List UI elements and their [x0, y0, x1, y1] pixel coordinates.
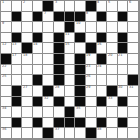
white-cell-r8c10[interactable]: [97, 75, 108, 86]
white-cell-r2c11[interactable]: [107, 12, 118, 23]
white-cell-r5c7[interactable]: 15: [65, 43, 76, 54]
white-cell-r11c9[interactable]: [86, 107, 97, 118]
white-cell-r1c3[interactable]: 2: [22, 1, 33, 12]
white-cell-r3c8[interactable]: 10: [75, 22, 86, 33]
white-cell-r3c10[interactable]: [97, 22, 108, 33]
white-cell-r1c11[interactable]: 5: [107, 1, 118, 12]
black-cell-r12c12: [118, 118, 129, 129]
white-cell-r10c11[interactable]: 33: [107, 97, 118, 108]
black-cell-r4c12: [118, 33, 129, 44]
white-cell-r2c9[interactable]: 8: [86, 12, 97, 23]
white-cell-r9c1[interactable]: [1, 86, 12, 97]
black-cell-r6c8: [75, 54, 86, 65]
clue-number: 38: [97, 128, 101, 131]
white-cell-r6c2[interactable]: 17: [12, 54, 23, 65]
black-cell-r10c10: [97, 97, 108, 108]
white-cell-r9c13[interactable]: 31: [128, 86, 139, 97]
black-cell-r6c1: [1, 54, 12, 65]
white-cell-r2c5[interactable]: 7: [43, 12, 54, 23]
clue-number: 34: [2, 107, 6, 110]
black-cell-r10c12: [118, 97, 129, 108]
clue-number: 35: [76, 107, 80, 110]
black-cell-r6c10: [97, 54, 108, 65]
white-cell-r9c4[interactable]: [33, 86, 44, 97]
white-cell-r4c5[interactable]: [43, 33, 54, 44]
clue-number: 27: [23, 86, 27, 89]
white-cell-r8c9[interactable]: 26: [86, 75, 97, 86]
clue-number: 28: [55, 86, 59, 89]
white-cell-r13c10[interactable]: 38: [97, 128, 108, 139]
white-cell-r10c13[interactable]: [128, 97, 139, 108]
crossword-puzzle: 1234567891011121314151617181920212223242…: [0, 0, 140, 140]
white-cell-r8c5[interactable]: [43, 75, 54, 86]
white-cell-r13c1[interactable]: 36: [1, 128, 12, 139]
white-cell-r10c7[interactable]: [65, 97, 76, 108]
white-cell-r6c4[interactable]: [33, 54, 44, 65]
black-cell-r4c6: [54, 33, 65, 44]
white-cell-r10c3[interactable]: [22, 97, 33, 108]
white-cell-r2c3[interactable]: [22, 12, 33, 23]
white-cell-r7c7[interactable]: [65, 65, 76, 76]
white-cell-r11c4[interactable]: [33, 107, 44, 118]
clue-number: 26: [86, 75, 90, 78]
white-cell-r1c10[interactable]: 4: [97, 1, 108, 12]
white-cell-r4c11[interactable]: [107, 33, 118, 44]
black-cell-r9c2: [12, 86, 23, 97]
white-cell-r12c5[interactable]: [43, 118, 54, 129]
clue-number: 33: [108, 97, 112, 100]
white-cell-r6c12[interactable]: 21: [118, 54, 129, 65]
black-cell-r8c6: [54, 75, 65, 86]
white-cell-r9c7[interactable]: [65, 86, 76, 97]
white-cell-r6c9[interactable]: 19: [86, 54, 97, 65]
clue-number: 21: [118, 54, 122, 57]
white-cell-r6c3[interactable]: 18: [22, 54, 33, 65]
clue-number: 8: [86, 12, 88, 15]
clue-number: 30: [118, 86, 122, 89]
clue-number: 32: [44, 97, 48, 100]
white-cell-r13c7[interactable]: [65, 128, 76, 139]
clue-number: 19: [86, 54, 90, 57]
white-cell-r13c6[interactable]: 37: [54, 128, 65, 139]
clue-number: 14: [33, 43, 37, 46]
white-cell-r8c12[interactable]: [118, 75, 129, 86]
black-cell-r5c9: [86, 43, 97, 54]
white-cell-r3c3[interactable]: [22, 22, 33, 33]
white-cell-r4c3[interactable]: [22, 33, 33, 44]
white-cell-r9c6[interactable]: 28: [54, 86, 65, 97]
black-cell-r4c8: [75, 33, 86, 44]
clue-number: 15: [65, 43, 69, 46]
clue-number: 22: [2, 65, 6, 68]
white-cell-r1c8[interactable]: [75, 1, 86, 12]
black-cell-r2c10: [97, 12, 108, 23]
black-cell-r1c5: [43, 1, 54, 12]
white-cell-r7c4[interactable]: [33, 65, 44, 76]
clue-number: 31: [129, 86, 133, 89]
white-cell-r5c5[interactable]: [43, 43, 54, 54]
white-cell-r10c5[interactable]: 32: [43, 97, 54, 108]
white-cell-r9c3[interactable]: 27: [22, 86, 33, 97]
white-cell-r13c11[interactable]: [107, 128, 118, 139]
white-cell-r12c9[interactable]: [86, 118, 97, 129]
clue-number: 23: [86, 65, 90, 68]
white-cell-r13c2[interactable]: [12, 128, 23, 139]
white-cell-r9c9[interactable]: 29: [86, 86, 97, 97]
white-cell-r3c2[interactable]: [12, 22, 23, 33]
white-cell-r13c8[interactable]: [75, 128, 86, 139]
clue-number: 5: [108, 1, 110, 4]
black-cell-r13c9: [86, 128, 97, 139]
black-cell-r7c6: [54, 65, 65, 76]
black-cell-r9c5: [43, 86, 54, 97]
white-cell-r1c7[interactable]: [65, 1, 76, 12]
white-cell-r8c3[interactable]: [22, 75, 33, 86]
clue-number: 7: [44, 12, 46, 15]
clue-number: 10: [76, 22, 80, 25]
white-cell-r6c13[interactable]: [128, 54, 139, 65]
white-cell-r3c4[interactable]: [33, 22, 44, 33]
black-cell-r10c2: [12, 97, 23, 108]
white-cell-r4c9[interactable]: [86, 33, 97, 44]
white-cell-r5c10[interactable]: 16: [97, 43, 108, 54]
black-cell-r12c8: [75, 118, 86, 129]
white-cell-r8c7[interactable]: [65, 75, 76, 86]
white-cell-r9c12[interactable]: 30: [118, 86, 129, 97]
black-cell-r2c4: [33, 12, 44, 23]
black-cell-r9c8: [75, 86, 86, 97]
white-cell-r11c8[interactable]: 35: [75, 107, 86, 118]
white-cell-r13c4[interactable]: [33, 128, 44, 139]
black-cell-r5c3: [22, 43, 33, 54]
white-cell-r11c11[interactable]: [107, 107, 118, 118]
black-cell-r6c6: [54, 54, 65, 65]
black-cell-r2c2: [12, 12, 23, 23]
white-cell-r1c12[interactable]: [118, 1, 129, 12]
black-cell-r11c7: [65, 107, 76, 118]
white-cell-r12c13[interactable]: [128, 118, 139, 129]
white-cell-r6c11[interactable]: 20: [107, 54, 118, 65]
white-cell-r5c4[interactable]: 14: [33, 43, 44, 54]
clue-number: 12: [2, 43, 6, 46]
black-cell-r5c6: [54, 43, 65, 54]
white-cell-r12c3[interactable]: [22, 118, 33, 129]
black-cell-r8c8: [75, 75, 86, 86]
white-cell-r11c2[interactable]: [12, 107, 23, 118]
white-cell-r1c4[interactable]: [33, 1, 44, 12]
clue-number: 9: [2, 22, 4, 25]
white-cell-r1c6[interactable]: 3: [54, 1, 65, 12]
white-cell-r11c6[interactable]: [54, 107, 65, 118]
black-cell-r12c4: [33, 118, 44, 129]
white-cell-r3c6[interactable]: [54, 22, 65, 33]
clue-number: 20: [108, 54, 112, 57]
clue-number: 3: [55, 1, 57, 4]
white-cell-r2c13[interactable]: [128, 12, 139, 23]
clue-number: 18: [23, 54, 27, 57]
black-cell-r2c12: [118, 12, 129, 23]
white-cell-r6c5[interactable]: [43, 54, 54, 65]
black-cell-r9c11: [107, 86, 118, 97]
white-cell-r3c5[interactable]: [43, 22, 54, 33]
white-cell-r8c2[interactable]: [12, 75, 23, 86]
white-cell-r9c10[interactable]: [97, 86, 108, 97]
clue-number: 2: [23, 1, 25, 4]
white-cell-r5c1[interactable]: 12: [1, 43, 12, 54]
white-cell-r11c10[interactable]: [97, 107, 108, 118]
white-cell-r11c12[interactable]: [118, 107, 129, 118]
white-cell-r7c2[interactable]: [12, 65, 23, 76]
black-cell-r3c7: [65, 22, 76, 33]
black-cell-r12c7: [65, 118, 76, 129]
white-cell-r12c11[interactable]: [107, 118, 118, 129]
white-cell-r1c1[interactable]: 1: [1, 1, 12, 12]
white-cell-r11c13[interactable]: [128, 107, 139, 118]
clue-number: 16: [97, 43, 101, 46]
black-cell-r10c6: [54, 97, 65, 108]
white-cell-r7c11[interactable]: [107, 65, 118, 76]
white-cell-r11c1[interactable]: 34: [1, 107, 12, 118]
clue-number: 13: [12, 43, 16, 46]
white-cell-r11c3[interactable]: [22, 107, 33, 118]
clue-number: 36: [2, 128, 6, 131]
black-cell-r7c8: [75, 65, 86, 76]
white-cell-r3c1[interactable]: 9: [1, 22, 12, 33]
white-cell-r7c3[interactable]: [22, 65, 33, 76]
black-cell-r5c12: [118, 43, 129, 54]
white-cell-r7c10[interactable]: 24: [97, 65, 108, 76]
clue-number: 6: [129, 1, 131, 4]
clue-number: 24: [97, 65, 101, 68]
white-cell-r3c9[interactable]: [86, 22, 97, 33]
white-cell-r5c8[interactable]: [75, 43, 86, 54]
white-cell-r13c3[interactable]: [22, 128, 33, 139]
white-cell-r5c11[interactable]: [107, 43, 118, 54]
white-cell-r3c11[interactable]: [107, 22, 118, 33]
white-cell-r8c11[interactable]: [107, 75, 118, 86]
white-cell-r10c9[interactable]: [86, 97, 97, 108]
black-cell-r12c2: [12, 118, 23, 129]
black-cell-r13c5: [43, 128, 54, 139]
white-cell-r5c2[interactable]: 13: [12, 43, 23, 54]
clue-number: 25: [2, 75, 6, 78]
white-cell-r6c7[interactable]: [65, 54, 76, 65]
white-cell-r7c5[interactable]: [43, 65, 54, 76]
white-cell-r1c13[interactable]: 6: [128, 1, 139, 12]
white-cell-r3c13[interactable]: [128, 22, 139, 33]
black-cell-r2c6: [54, 12, 65, 23]
white-cell-r8c1[interactable]: 25: [1, 75, 12, 86]
clue-number: 29: [86, 86, 90, 89]
black-cell-r10c4: [33, 97, 44, 108]
black-cell-r8c4: [33, 75, 44, 86]
black-cell-r2c7: [65, 12, 76, 23]
white-cell-r13c13[interactable]: [128, 128, 139, 139]
white-cell-r7c12[interactable]: [118, 65, 129, 76]
clue-number: 37: [55, 128, 59, 131]
white-cell-r7c13[interactable]: [128, 65, 139, 76]
white-cell-r13c12[interactable]: [118, 128, 129, 139]
white-cell-r3c12[interactable]: [118, 22, 129, 33]
clue-number: 4: [97, 1, 99, 4]
white-cell-r11c5[interactable]: [43, 107, 54, 118]
crossword-board: 1234567891011121314151617181920212223242…: [0, 0, 140, 140]
white-cell-r5c13[interactable]: [128, 43, 139, 54]
white-cell-r1c2[interactable]: [12, 1, 23, 12]
white-cell-r4c13[interactable]: [128, 33, 139, 44]
clue-number: 17: [12, 54, 16, 57]
clue-number: 1: [2, 1, 4, 4]
black-cell-r8c13: [128, 75, 139, 86]
clue-number: 11: [65, 33, 69, 36]
black-cell-r1c9: [86, 1, 97, 12]
